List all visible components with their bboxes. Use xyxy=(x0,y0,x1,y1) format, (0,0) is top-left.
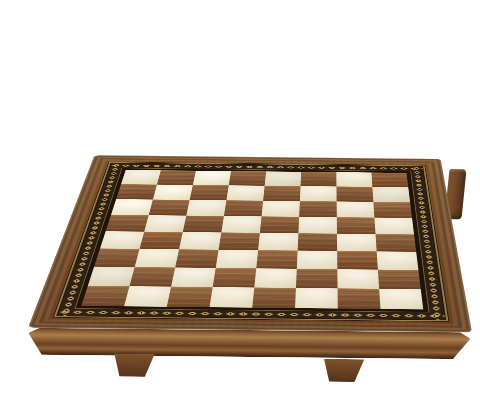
square-c1 xyxy=(167,287,213,308)
square-f4 xyxy=(298,233,338,251)
board-foot-right xyxy=(321,359,365,382)
square-c8 xyxy=(193,171,231,186)
square-c4 xyxy=(179,232,221,250)
square-c7 xyxy=(190,185,229,200)
square-f8 xyxy=(301,172,337,187)
square-e4 xyxy=(258,233,298,251)
square-c5 xyxy=(183,216,224,233)
square-d5 xyxy=(221,216,261,233)
square-e7 xyxy=(263,186,300,201)
square-b6 xyxy=(149,200,190,216)
square-h1 xyxy=(379,289,423,310)
square-d6 xyxy=(224,200,263,216)
square-a4 xyxy=(100,231,144,249)
square-c6 xyxy=(186,200,226,216)
square-g1 xyxy=(338,288,381,309)
square-a7 xyxy=(116,184,157,199)
square-h3 xyxy=(377,251,419,270)
square-g7 xyxy=(336,186,373,201)
square-a8 xyxy=(121,170,161,185)
square-d7 xyxy=(226,185,264,200)
square-f3 xyxy=(297,251,338,270)
square-a2 xyxy=(88,267,135,287)
square-h8 xyxy=(371,172,408,187)
square-g4 xyxy=(337,234,377,252)
square-b1 xyxy=(124,286,171,307)
square-a3 xyxy=(94,248,139,267)
square-d1 xyxy=(210,287,255,308)
board-top-surface xyxy=(28,155,472,332)
square-b7 xyxy=(153,185,193,200)
square-b8 xyxy=(157,170,196,185)
square-e8 xyxy=(265,171,302,186)
square-e2 xyxy=(254,268,296,288)
square-g8 xyxy=(336,172,372,187)
square-d8 xyxy=(229,171,266,186)
square-e3 xyxy=(256,250,297,269)
square-g3 xyxy=(337,251,378,270)
square-f1 xyxy=(295,288,338,309)
square-g5 xyxy=(337,217,376,234)
square-g6 xyxy=(337,201,375,217)
chessboard-grid xyxy=(81,170,423,310)
square-f5 xyxy=(298,217,337,234)
square-e1 xyxy=(252,287,296,308)
square-c3 xyxy=(175,249,218,268)
product-photo-canvas xyxy=(0,0,480,417)
board-foot-left xyxy=(111,354,155,377)
square-d3 xyxy=(216,250,258,269)
square-c2 xyxy=(171,267,216,287)
chessboard xyxy=(19,0,480,417)
square-h2 xyxy=(378,270,421,290)
square-b3 xyxy=(135,249,179,268)
square-f6 xyxy=(299,201,337,217)
square-b5 xyxy=(144,215,186,232)
square-f2 xyxy=(296,269,338,289)
square-h7 xyxy=(372,187,410,202)
square-a5 xyxy=(106,215,149,232)
square-h6 xyxy=(373,202,412,218)
square-g2 xyxy=(337,269,379,289)
square-d4 xyxy=(219,232,260,250)
square-a1 xyxy=(81,286,129,307)
square-e6 xyxy=(262,201,300,217)
square-f7 xyxy=(300,186,337,201)
square-h4 xyxy=(376,234,417,252)
square-b4 xyxy=(140,232,183,250)
frame-front-edge xyxy=(26,328,471,360)
square-e5 xyxy=(260,216,299,233)
square-a6 xyxy=(111,199,153,215)
square-b2 xyxy=(129,267,175,287)
square-h5 xyxy=(374,218,414,235)
square-d2 xyxy=(213,268,257,288)
